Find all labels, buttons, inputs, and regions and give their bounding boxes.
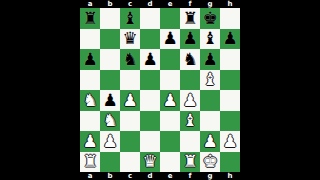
square-c2[interactable] bbox=[120, 131, 140, 152]
square-f8[interactable]: ♜ bbox=[180, 8, 200, 29]
square-f1[interactable]: ♜ bbox=[180, 152, 200, 173]
square-b3[interactable]: ♞ bbox=[100, 111, 120, 132]
square-g4[interactable] bbox=[200, 90, 220, 111]
square-d2[interactable] bbox=[140, 131, 160, 152]
white-pawn[interactable]: ♟ bbox=[162, 92, 177, 109]
white-bishop[interactable]: ♝ bbox=[202, 71, 217, 88]
square-c7[interactable]: ♛ bbox=[120, 29, 140, 50]
square-b5[interactable] bbox=[100, 70, 120, 91]
file-label-d: d bbox=[140, 172, 160, 180]
square-a1[interactable]: ♜ bbox=[80, 152, 100, 173]
file-label-h: h bbox=[220, 172, 240, 180]
file-label-d: d bbox=[140, 0, 160, 8]
square-g5[interactable]: ♝ bbox=[200, 70, 220, 91]
file-label-e: e bbox=[160, 172, 180, 180]
square-d6[interactable]: ♟ bbox=[140, 49, 160, 70]
square-a2[interactable]: ♟ bbox=[80, 131, 100, 152]
square-d3[interactable] bbox=[140, 111, 160, 132]
square-c5[interactable] bbox=[120, 70, 140, 91]
chess-board: abcdefgh ♜♝♜♚♛♟♟♝♟♟♞♟♞♟♝♞♟♟♟♟♞♝♟♟♟♟♜♛♜♚ … bbox=[80, 0, 240, 180]
square-b2[interactable]: ♟ bbox=[100, 131, 120, 152]
file-label-f: f bbox=[180, 172, 200, 180]
square-c8[interactable]: ♝ bbox=[120, 8, 140, 29]
black-queen[interactable]: ♛ bbox=[122, 30, 137, 47]
black-pawn[interactable]: ♟ bbox=[102, 92, 117, 109]
square-h2[interactable]: ♟ bbox=[220, 131, 240, 152]
square-g1[interactable]: ♚ bbox=[200, 152, 220, 173]
black-king[interactable]: ♚ bbox=[202, 10, 217, 27]
square-g7[interactable]: ♝ bbox=[200, 29, 220, 50]
white-pawn[interactable]: ♟ bbox=[82, 133, 97, 150]
square-f3[interactable]: ♝ bbox=[180, 111, 200, 132]
file-label-h: h bbox=[220, 0, 240, 8]
square-f2[interactable] bbox=[180, 131, 200, 152]
square-e3[interactable] bbox=[160, 111, 180, 132]
square-g2[interactable]: ♟ bbox=[200, 131, 220, 152]
black-pawn[interactable]: ♟ bbox=[162, 30, 177, 47]
square-a6[interactable]: ♟ bbox=[80, 49, 100, 70]
square-h5[interactable] bbox=[220, 70, 240, 91]
file-label-c: c bbox=[120, 0, 140, 8]
white-pawn[interactable]: ♟ bbox=[122, 92, 137, 109]
square-d7[interactable] bbox=[140, 29, 160, 50]
square-a3[interactable] bbox=[80, 111, 100, 132]
square-c4[interactable]: ♟ bbox=[120, 90, 140, 111]
square-h7[interactable]: ♟ bbox=[220, 29, 240, 50]
square-g3[interactable] bbox=[200, 111, 220, 132]
square-d4[interactable] bbox=[140, 90, 160, 111]
square-f5[interactable] bbox=[180, 70, 200, 91]
white-knight[interactable]: ♞ bbox=[102, 112, 117, 129]
file-label-b: b bbox=[100, 172, 120, 180]
square-b4[interactable]: ♟ bbox=[100, 90, 120, 111]
square-e1[interactable] bbox=[160, 152, 180, 173]
square-f6[interactable]: ♞ bbox=[180, 49, 200, 70]
white-queen[interactable]: ♛ bbox=[142, 153, 157, 170]
square-a4[interactable]: ♞ bbox=[80, 90, 100, 111]
file-label-g: g bbox=[200, 172, 220, 180]
white-pawn[interactable]: ♟ bbox=[222, 133, 237, 150]
board-grid: ♜♝♜♚♛♟♟♝♟♟♞♟♞♟♝♞♟♟♟♟♞♝♟♟♟♟♜♛♜♚ bbox=[80, 8, 240, 172]
white-pawn[interactable]: ♟ bbox=[202, 133, 217, 150]
square-a7[interactable] bbox=[80, 29, 100, 50]
file-label-b: b bbox=[100, 0, 120, 8]
square-e7[interactable]: ♟ bbox=[160, 29, 180, 50]
square-h1[interactable] bbox=[220, 152, 240, 173]
white-rook[interactable]: ♜ bbox=[82, 153, 97, 170]
white-pawn[interactable]: ♟ bbox=[182, 92, 197, 109]
square-c3[interactable] bbox=[120, 111, 140, 132]
square-d1[interactable]: ♛ bbox=[140, 152, 160, 173]
square-b8[interactable] bbox=[100, 8, 120, 29]
file-coordinates-bottom: abcdefgh bbox=[80, 172, 240, 180]
white-knight[interactable]: ♞ bbox=[82, 92, 97, 109]
file-coordinates-top: abcdefgh bbox=[80, 0, 240, 8]
square-b7[interactable] bbox=[100, 29, 120, 50]
square-h8[interactable] bbox=[220, 8, 240, 29]
square-f7[interactable]: ♟ bbox=[180, 29, 200, 50]
square-b6[interactable] bbox=[100, 49, 120, 70]
square-g6[interactable]: ♟ bbox=[200, 49, 220, 70]
square-d5[interactable] bbox=[140, 70, 160, 91]
square-c6[interactable]: ♞ bbox=[120, 49, 140, 70]
square-e4[interactable]: ♟ bbox=[160, 90, 180, 111]
black-pawn[interactable]: ♟ bbox=[202, 51, 217, 68]
white-bishop[interactable]: ♝ bbox=[182, 112, 197, 129]
square-c1[interactable] bbox=[120, 152, 140, 173]
square-f4[interactable]: ♟ bbox=[180, 90, 200, 111]
square-a8[interactable]: ♜ bbox=[80, 8, 100, 29]
square-e5[interactable] bbox=[160, 70, 180, 91]
black-pawn[interactable]: ♟ bbox=[182, 30, 197, 47]
square-h4[interactable] bbox=[220, 90, 240, 111]
white-rook[interactable]: ♜ bbox=[182, 153, 197, 170]
file-label-a: a bbox=[80, 0, 100, 8]
black-bishop[interactable]: ♝ bbox=[122, 10, 137, 27]
file-label-e: e bbox=[160, 0, 180, 8]
black-pawn[interactable]: ♟ bbox=[82, 51, 97, 68]
black-pawn[interactable]: ♟ bbox=[222, 30, 237, 47]
file-label-c: c bbox=[120, 172, 140, 180]
square-e8[interactable] bbox=[160, 8, 180, 29]
square-d8[interactable] bbox=[140, 8, 160, 29]
file-label-a: a bbox=[80, 172, 100, 180]
file-label-g: g bbox=[200, 0, 220, 8]
square-g8[interactable]: ♚ bbox=[200, 8, 220, 29]
square-h6[interactable] bbox=[220, 49, 240, 70]
square-b1[interactable] bbox=[100, 152, 120, 173]
square-h3[interactable] bbox=[220, 111, 240, 132]
black-rook[interactable]: ♜ bbox=[182, 10, 197, 27]
square-e6[interactable] bbox=[160, 49, 180, 70]
black-knight[interactable]: ♞ bbox=[122, 51, 137, 68]
white-pawn[interactable]: ♟ bbox=[102, 133, 117, 150]
black-knight[interactable]: ♞ bbox=[182, 51, 197, 68]
white-king[interactable]: ♚ bbox=[202, 153, 217, 170]
square-e2[interactable] bbox=[160, 131, 180, 152]
letterbox-background: abcdefgh ♜♝♜♚♛♟♟♝♟♟♞♟♞♟♝♞♟♟♟♟♞♝♟♟♟♟♜♛♜♚ … bbox=[0, 0, 320, 180]
black-rook[interactable]: ♜ bbox=[82, 10, 97, 27]
black-bishop[interactable]: ♝ bbox=[202, 30, 217, 47]
file-label-f: f bbox=[180, 0, 200, 8]
black-pawn[interactable]: ♟ bbox=[142, 51, 157, 68]
square-a5[interactable] bbox=[80, 70, 100, 91]
